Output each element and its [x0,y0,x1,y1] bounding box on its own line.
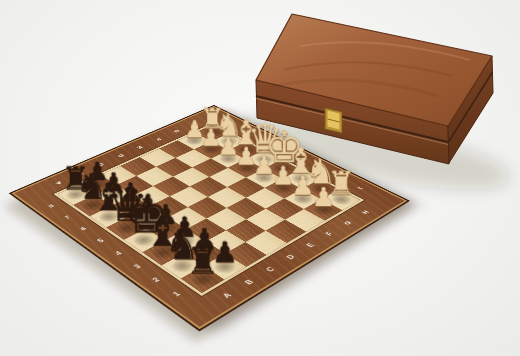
rank-label-far-8: 8 [223,120,240,128]
chess-board-scene: ♜♟♟♜♞♟♟♞♝♟♟♝♛♟♟♛♚♟♟♚♝♟♟♝♞♟♟♞♜♟♟♜ AABBCCD… [68,57,348,337]
file-label-far-c: C [91,160,109,169]
board-3d-plane: ♜♟♟♜♞♟♟♞♝♟♟♝♛♟♟♛♚♟♟♚♝♟♟♝♞♟♟♞♜♟♟♜ AABBCCD… [11,106,407,329]
rank-label-near-3: 3 [126,260,148,273]
file-label-far-b: B [71,169,90,179]
piece-contact-shadow [111,220,141,237]
file-label-far-f: F [150,135,167,143]
file-label-far-h: H [186,120,203,128]
file-label-near-b: B [238,275,260,289]
rank-label-far-6: 6 [257,137,274,145]
rank-label-far-7: 7 [240,128,257,136]
file-label-near-a: A [216,288,238,302]
rank-label-far-2: 2 [331,173,349,183]
playing-area: ♜♟♟♜♞♟♟♞♝♟♟♝♛♟♟♛♚♟♟♚♝♟♟♝♞♟♟♞♜♟♟♜ [53,123,364,296]
rank-label-near-1: 1 [165,287,187,301]
file-label-near-g: G [337,217,357,228]
file-label-near-f: F [319,228,339,240]
rank-label-far-5: 5 [274,145,291,154]
file-label-near-d: D [280,251,301,264]
square-a7: ♞ [73,195,111,216]
rank-label-far-1: 1 [351,183,370,193]
rank-label-near-4: 4 [108,247,129,259]
file-label-near-h: H [355,207,374,218]
piece-contact-shadow [327,192,356,208]
rank-label-near-5: 5 [90,235,111,247]
file-label-far-a: A [49,178,68,188]
rank-label-near-2: 2 [145,273,167,286]
file-label-near-e: E [300,239,320,251]
file-label-far-e: E [131,143,149,152]
rank-label-near-8: 8 [41,201,61,212]
piece-contact-shadow [187,269,219,289]
rank-label-near-6: 6 [73,223,94,234]
product-photo-canvas: { "scene": { "description": "Product pho… [0,0,520,356]
rank-label-near-7: 7 [57,212,77,223]
file-label-near-c: C [259,263,280,276]
square-e5 [190,177,227,197]
piece-contact-shadow [84,178,112,193]
rank-label-far-3: 3 [311,164,329,173]
piece-contact-shadow [100,188,128,203]
file-label-far-g: G [168,127,185,135]
rank-label-far-4: 4 [292,154,310,163]
square-e4 [208,187,246,208]
file-label-far-d: D [111,151,129,160]
board: ♜♟♟♜♞♟♟♞♝♟♟♝♛♟♟♛♚♟♟♚♝♟♟♝♞♟♟♞♜♟♟♜ AABBCCD… [11,106,407,329]
